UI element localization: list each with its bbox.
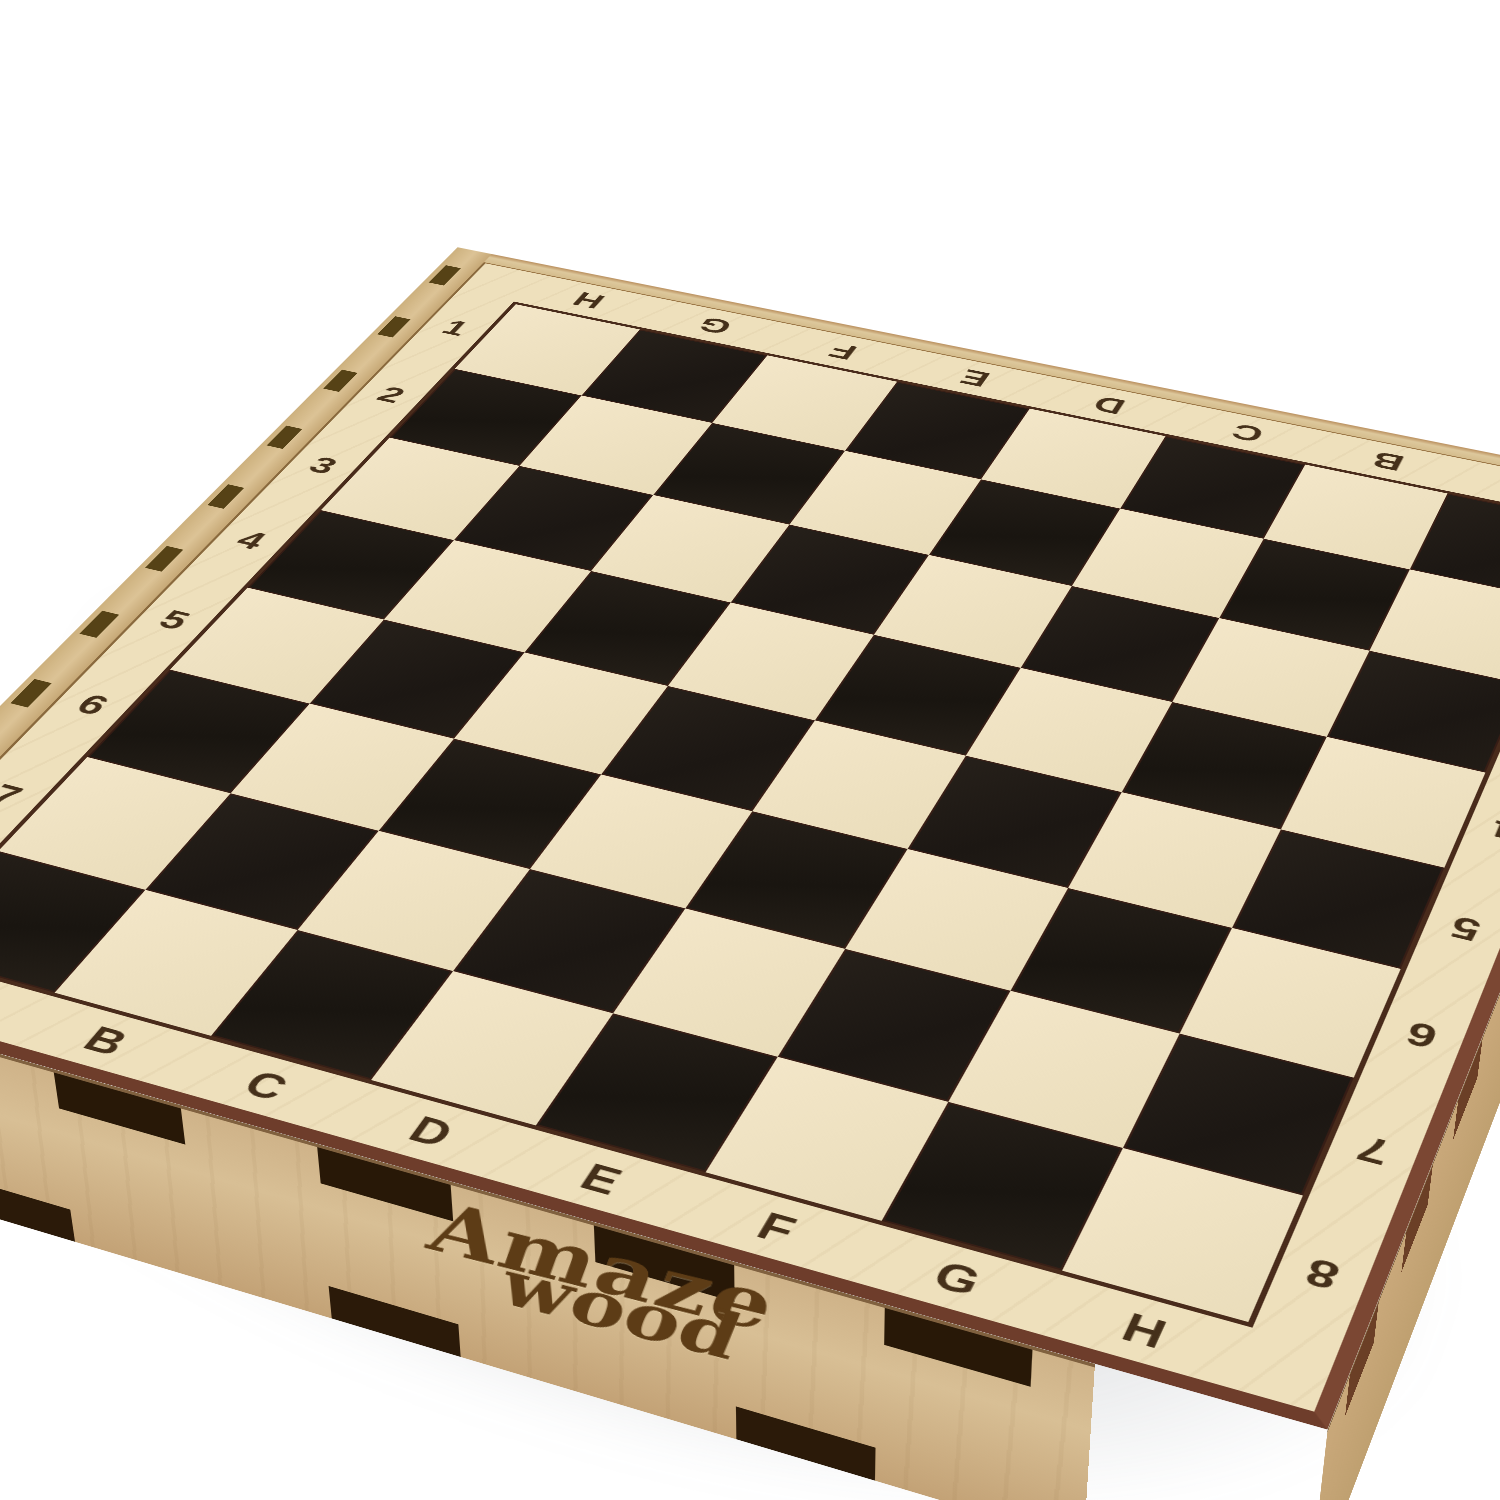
wooden-chess-box: 12345678 HGFEDCBA 12345678 ABCDEFGH Amaz… (0, 247, 1500, 1429)
product-photo: 12345678 HGFEDCBA 12345678 ABCDEFGH Amaz… (0, 0, 1500, 1500)
photo-scene: 12345678 HGFEDCBA 12345678 ABCDEFGH Amaz… (0, 0, 1500, 1500)
